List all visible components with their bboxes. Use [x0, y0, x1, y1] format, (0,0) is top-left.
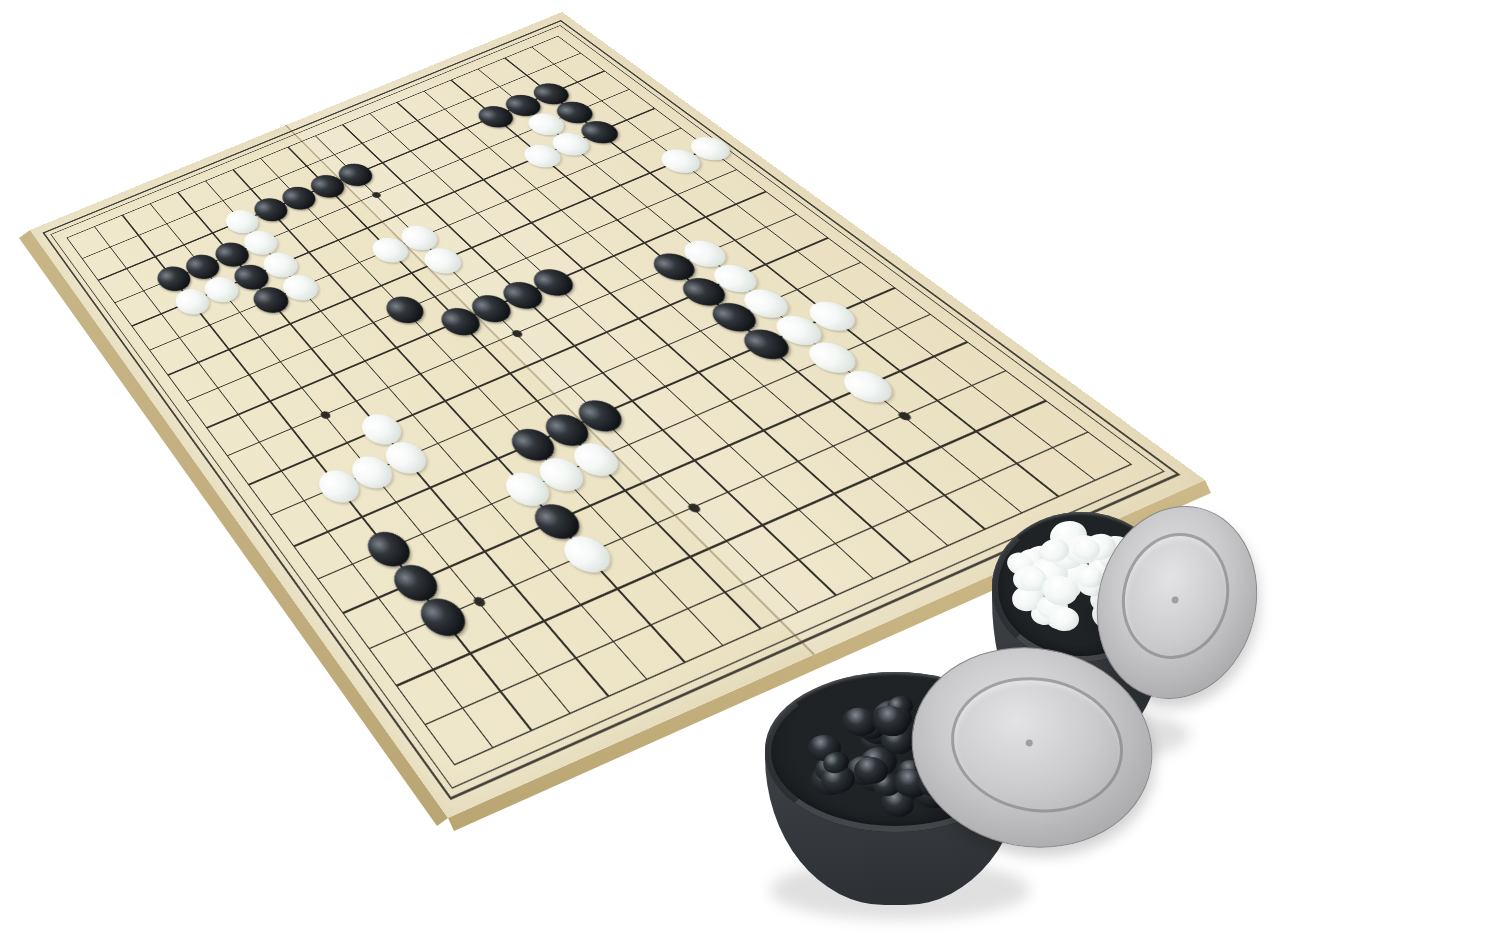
black-lid-ring	[941, 663, 1134, 825]
go-set-photo	[0, 0, 1500, 938]
